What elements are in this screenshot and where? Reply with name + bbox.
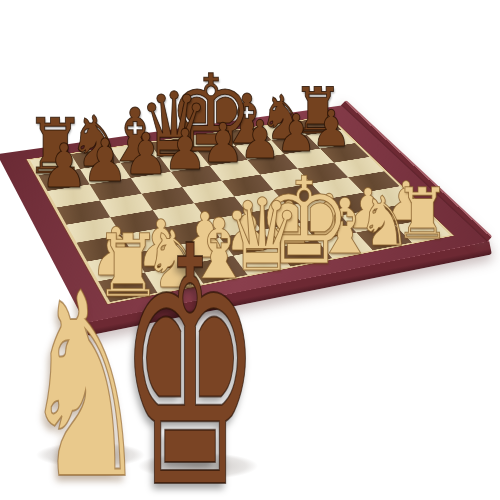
piece-black-p-e7: ♟ [201, 117, 244, 171]
piece-black-p-d7: ♟ [163, 122, 207, 178]
scene: ♜♞♝♛♚♝♞♜♟♟♟♟♟♟♟♟♟♟♟♟♟♟♟♟♜♞♝♛♚♝♞♜ ♞ ♚ [0, 0, 500, 500]
foreground-white-knight: ♞ [22, 259, 148, 500]
piece-black-p-a7: ♟ [40, 136, 88, 197]
piece-black-p-h7: ♟ [311, 104, 351, 154]
piece-black-p-c7: ♟ [123, 126, 168, 183]
